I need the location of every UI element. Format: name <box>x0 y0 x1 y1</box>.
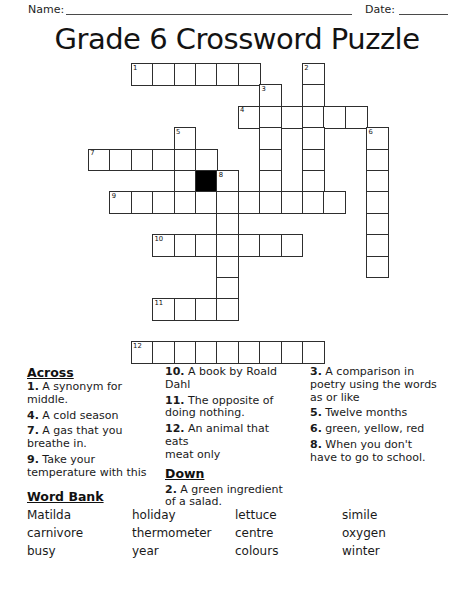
grid-cell[interactable] <box>238 341 261 364</box>
grid-cell[interactable] <box>152 63 175 86</box>
clue-number: 5. <box>310 406 322 419</box>
clue-number: 10 <box>154 235 163 244</box>
clue-number: 6 <box>368 128 372 137</box>
grid-cell[interactable]: 12 <box>131 341 154 364</box>
grid-cell[interactable] <box>302 149 325 172</box>
name-label: Name: <box>28 3 64 16</box>
word-bank-word: Matilda <box>27 507 132 525</box>
word-bank-word: thermometer <box>132 525 235 543</box>
grid-cell[interactable] <box>323 191 346 214</box>
clue-text: A comparison in poetry using the words a… <box>310 365 437 404</box>
grid-cell[interactable] <box>109 149 132 172</box>
grid-cell[interactable] <box>366 213 389 236</box>
grid-cell[interactable] <box>259 170 282 193</box>
grid-cell[interactable] <box>366 149 389 172</box>
grid-cell[interactable] <box>216 256 239 279</box>
grid-cell[interactable] <box>174 63 197 86</box>
word-bank-label: Word Bank <box>27 489 457 504</box>
clue-number: 9. <box>27 453 39 466</box>
grid-cell[interactable] <box>259 127 282 150</box>
grid-cell[interactable]: 1 <box>131 63 154 86</box>
grid-cell[interactable] <box>366 170 389 193</box>
clue-across-10: 10. A book by Roald Dahl <box>165 366 293 392</box>
grid-cell[interactable] <box>195 191 218 214</box>
grid-cell[interactable] <box>195 234 218 257</box>
clue-across-12: 12. An animal that eats meat only <box>165 423 293 461</box>
word-bank-word: holiday <box>132 507 235 525</box>
clue-down-8: 8. When you don't have to go to school. <box>310 439 449 465</box>
crossword-grid: 123456789101112 <box>88 63 391 366</box>
clue-number: 8. <box>310 438 322 451</box>
clue-text: A cold season <box>39 409 119 422</box>
clue-number: 1 <box>133 64 137 73</box>
grid-cell[interactable] <box>302 170 325 193</box>
grid-cell[interactable]: 4 <box>238 106 261 129</box>
grid-cell[interactable] <box>152 149 175 172</box>
grid-cell[interactable] <box>238 63 261 86</box>
grid-cell[interactable]: 10 <box>152 234 175 257</box>
grid-cell[interactable] <box>174 341 197 364</box>
clue-number: 9 <box>112 192 116 201</box>
clue-down-3: 3. A comparison in poetry using the word… <box>310 366 449 404</box>
word-bank-word: year <box>132 543 235 561</box>
grid-cell[interactable] <box>216 341 239 364</box>
word-bank-word: lettuce <box>235 507 342 525</box>
grid-cell[interactable]: 5 <box>174 127 197 150</box>
grid-cell[interactable] <box>281 341 304 364</box>
word-bank-word: carnivore <box>27 525 132 543</box>
grid-cell[interactable] <box>259 191 282 214</box>
grid-cell[interactable] <box>216 234 239 257</box>
grid-cell[interactable] <box>152 341 175 364</box>
clue-down-5: 5. Twelve months <box>310 407 449 420</box>
word-bank-word: busy <box>27 543 132 561</box>
clue-text: Take your temperature with this <box>27 453 147 479</box>
clue-text: When you don't have to go to school. <box>310 438 426 464</box>
clue-number: 6. <box>310 422 322 435</box>
grid-cell[interactable] <box>152 191 175 214</box>
down-header: Down <box>165 467 293 481</box>
clue-text: Twelve months <box>322 406 407 419</box>
clue-number: 11. <box>165 394 185 407</box>
clue-number: 1. <box>27 380 39 393</box>
grid-cell[interactable]: 11 <box>152 298 175 321</box>
grid-cell[interactable] <box>195 341 218 364</box>
clue-across-9: 9. Take your temperature with this <box>27 454 149 480</box>
word-bank-section: Word Bank Matildaholidaylettucesimilecar… <box>27 489 457 560</box>
grid-cell[interactable] <box>302 84 325 107</box>
grid-cell[interactable] <box>174 298 197 321</box>
grid-cell[interactable] <box>174 170 197 193</box>
clue-number: 3. <box>310 365 322 378</box>
clue-across-1: 1. A synonym for middle. <box>27 381 149 407</box>
grid-cell[interactable] <box>174 149 197 172</box>
grid-cell[interactable] <box>131 149 154 172</box>
clue-text: green, yellow, red <box>322 422 424 435</box>
worksheet-page: Name: Date: Grade 6 Crossword Puzzle 123… <box>0 0 474 613</box>
grid-cell[interactable] <box>281 191 304 214</box>
clue-number: 2 <box>304 64 308 73</box>
grid-cell[interactable]: 2 <box>302 63 325 86</box>
grid-cell[interactable] <box>216 191 239 214</box>
clue-number: 4. <box>27 409 39 422</box>
clue-number: 7. <box>27 424 39 437</box>
grid-cell[interactable] <box>238 234 261 257</box>
grid-cell[interactable] <box>216 213 239 236</box>
grid-cell[interactable] <box>216 298 239 321</box>
grid-cell[interactable] <box>131 191 154 214</box>
clue-number: 10. <box>165 365 185 378</box>
date-input-line[interactable] <box>399 2 448 15</box>
word-bank-word: simile <box>342 507 442 525</box>
clue-number: 11 <box>154 299 163 308</box>
clue-across-11: 11. The opposite of doing nothing. <box>165 395 293 421</box>
grid-cell[interactable] <box>238 191 261 214</box>
grid-cell[interactable] <box>281 234 304 257</box>
grid-cell[interactable] <box>302 341 325 364</box>
page-title: Grade 6 Crossword Puzzle <box>0 22 474 56</box>
clue-number: 12. <box>165 422 185 435</box>
clue-number: 8 <box>219 171 223 180</box>
grid-cell[interactable] <box>366 234 389 257</box>
grid-cell[interactable] <box>195 298 218 321</box>
grid-cell[interactable] <box>195 149 218 172</box>
word-bank-word: centre <box>235 525 342 543</box>
clue-number: 5 <box>176 128 180 137</box>
grid-cell-black <box>195 170 218 193</box>
grid-cell[interactable] <box>174 191 197 214</box>
clue-text: A synonym for middle. <box>27 380 122 406</box>
grid-cell[interactable] <box>302 106 325 129</box>
word-bank-grid: Matildaholidaylettucesimilecarnivorether… <box>27 507 457 560</box>
clue-down-6: 6. green, yellow, red <box>310 423 449 436</box>
grid-cell[interactable] <box>195 63 218 86</box>
grid-cell[interactable] <box>366 191 389 214</box>
grid-cell[interactable] <box>259 106 282 129</box>
word-bank-word: winter <box>342 543 442 561</box>
date-label: Date: <box>365 3 395 16</box>
grid-cell[interactable] <box>259 149 282 172</box>
grid-cell[interactable] <box>366 256 389 279</box>
clue-number: 12 <box>133 342 142 351</box>
grid-cell[interactable]: 3 <box>259 84 282 107</box>
across-header: Across <box>27 366 149 380</box>
clue-number: 3 <box>261 85 265 94</box>
clue-text: A gas that you breathe in. <box>27 424 122 450</box>
grid-cell[interactable]: 9 <box>109 191 132 214</box>
grid-cell[interactable] <box>259 234 282 257</box>
clue-number: 4 <box>240 106 244 115</box>
grid-cell[interactable] <box>216 63 239 86</box>
word-bank-word: oxygen <box>342 525 442 543</box>
grid-cell[interactable]: 7 <box>88 149 111 172</box>
word-bank-word: colours <box>235 543 342 561</box>
grid-cell[interactable] <box>302 191 325 214</box>
grid-cell[interactable]: 8 <box>216 170 239 193</box>
clue-across-7: 7. A gas that you breathe in. <box>27 425 149 451</box>
clue-across-4: 4. A cold season <box>27 410 149 423</box>
grid-cell[interactable] <box>216 277 239 300</box>
grid-cell[interactable] <box>259 341 282 364</box>
grid-cell[interactable] <box>302 127 325 150</box>
name-input-line[interactable] <box>66 2 352 15</box>
grid-cell[interactable] <box>174 234 197 257</box>
clue-number: 7 <box>90 149 94 158</box>
grid-cell[interactable] <box>281 106 304 129</box>
grid-cell[interactable] <box>323 106 346 129</box>
grid-cell[interactable] <box>345 106 368 129</box>
grid-cell[interactable]: 6 <box>366 127 389 150</box>
